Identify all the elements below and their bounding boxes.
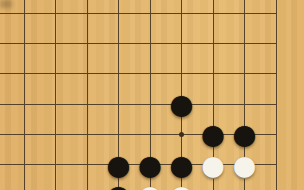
star-point-Q4: [179, 132, 184, 137]
top-left-shadow-artifact: [0, 0, 12, 8]
stone-white-P2: ●: [133, 178, 167, 190]
stone-black-O2: ●: [102, 178, 136, 190]
grid-hline-8: [0, 13, 277, 14]
grid-vline-M: [55, 0, 56, 190]
stone-white-Q2: ●: [165, 178, 199, 190]
grid-hline-6: [0, 73, 277, 74]
go-board[interactable]: ●●●●●●●●●●●: [0, 0, 304, 190]
grid-vline-L: [24, 0, 25, 190]
stone-black-Q5: ●: [165, 87, 199, 121]
stone-white-S3: ●: [228, 148, 262, 182]
grid-hline-5: [0, 104, 277, 105]
stone-white-R3: ●: [196, 148, 230, 182]
grid-vline-T: [276, 0, 277, 190]
screenshot-root: ●●●●●●●●●●●: [0, 0, 304, 190]
grid-vline-N: [87, 0, 88, 190]
grid-hline-7: [0, 43, 277, 44]
